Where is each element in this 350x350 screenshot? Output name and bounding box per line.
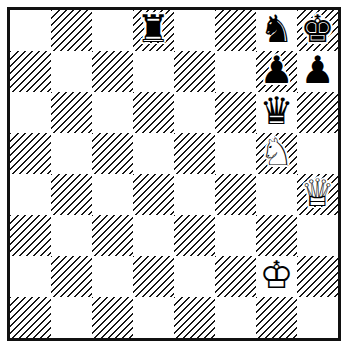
square-b1[interactable] (51, 297, 92, 338)
square-a2[interactable] (10, 256, 51, 297)
square-a4[interactable] (10, 174, 51, 215)
square-h5[interactable] (297, 133, 338, 174)
square-g5[interactable]: ♞♘ (256, 133, 297, 174)
knight-white-icon: ♘ (259, 133, 293, 171)
square-g7[interactable]: ♟ (256, 51, 297, 92)
square-a1[interactable] (10, 297, 51, 338)
chess-diagram: ♜♞♚♟♟♛♞♘♛♕♚♔ (0, 0, 350, 350)
pawn-black-icon: ♟ (259, 51, 293, 89)
square-b4[interactable] (51, 174, 92, 215)
king-white-icon: ♔ (259, 256, 293, 294)
square-a7[interactable] (10, 51, 51, 92)
square-e5[interactable] (174, 133, 215, 174)
square-d5[interactable] (133, 133, 174, 174)
king-black-icon: ♚ (300, 10, 334, 48)
square-g2[interactable]: ♚♔ (256, 256, 297, 297)
queen-black-icon: ♛ (259, 92, 293, 130)
square-c4[interactable] (92, 174, 133, 215)
square-e3[interactable] (174, 215, 215, 256)
square-b5[interactable] (51, 133, 92, 174)
square-a5[interactable] (10, 133, 51, 174)
piece-black-pawn[interactable]: ♟ (297, 51, 338, 92)
square-b6[interactable] (51, 92, 92, 133)
square-e7[interactable] (174, 51, 215, 92)
square-h8[interactable]: ♚ (297, 10, 338, 51)
king-white-fill-icon: ♚ (259, 256, 293, 294)
piece-black-knight[interactable]: ♞ (256, 10, 297, 51)
queen-white-icon: ♕ (300, 174, 334, 212)
square-c8[interactable] (92, 10, 133, 51)
square-a8[interactable] (10, 10, 51, 51)
square-f6[interactable] (215, 92, 256, 133)
square-e6[interactable] (174, 92, 215, 133)
square-h4[interactable]: ♛♕ (297, 174, 338, 215)
square-f4[interactable] (215, 174, 256, 215)
square-c2[interactable] (92, 256, 133, 297)
square-f8[interactable] (215, 10, 256, 51)
rook-black-icon: ♜ (136, 10, 170, 48)
square-f1[interactable] (215, 297, 256, 338)
square-f2[interactable] (215, 256, 256, 297)
square-g1[interactable] (256, 297, 297, 338)
square-e2[interactable] (174, 256, 215, 297)
square-b8[interactable] (51, 10, 92, 51)
knight-black-icon: ♞ (259, 10, 293, 48)
square-h1[interactable] (297, 297, 338, 338)
square-c7[interactable] (92, 51, 133, 92)
square-g6[interactable]: ♛ (256, 92, 297, 133)
square-a6[interactable] (10, 92, 51, 133)
square-f5[interactable] (215, 133, 256, 174)
square-e4[interactable] (174, 174, 215, 215)
square-h3[interactable] (297, 215, 338, 256)
knight-white-fill-icon: ♞ (259, 133, 293, 171)
piece-black-rook[interactable]: ♜ (133, 10, 174, 51)
square-e1[interactable] (174, 297, 215, 338)
chess-board[interactable]: ♜♞♚♟♟♛♞♘♛♕♚♔ (7, 7, 341, 341)
square-b7[interactable] (51, 51, 92, 92)
square-h7[interactable]: ♟ (297, 51, 338, 92)
square-d8[interactable]: ♜ (133, 10, 174, 51)
piece-white-knight[interactable]: ♞♘ (256, 133, 297, 174)
square-b3[interactable] (51, 215, 92, 256)
square-d4[interactable] (133, 174, 174, 215)
square-a3[interactable] (10, 215, 51, 256)
square-d7[interactable] (133, 51, 174, 92)
square-f3[interactable] (215, 215, 256, 256)
square-f7[interactable] (215, 51, 256, 92)
square-d3[interactable] (133, 215, 174, 256)
piece-black-king[interactable]: ♚ (297, 10, 338, 51)
square-g4[interactable] (256, 174, 297, 215)
square-h6[interactable] (297, 92, 338, 133)
piece-black-pawn[interactable]: ♟ (256, 51, 297, 92)
piece-black-queen[interactable]: ♛ (256, 92, 297, 133)
square-c1[interactable] (92, 297, 133, 338)
square-b2[interactable] (51, 256, 92, 297)
square-c6[interactable] (92, 92, 133, 133)
queen-white-fill-icon: ♛ (300, 174, 334, 212)
square-c5[interactable] (92, 133, 133, 174)
square-d1[interactable] (133, 297, 174, 338)
square-d6[interactable] (133, 92, 174, 133)
piece-white-king[interactable]: ♚♔ (256, 256, 297, 297)
square-c3[interactable] (92, 215, 133, 256)
square-e8[interactable] (174, 10, 215, 51)
piece-white-queen[interactable]: ♛♕ (297, 174, 338, 215)
square-d2[interactable] (133, 256, 174, 297)
square-g8[interactable]: ♞ (256, 10, 297, 51)
square-h2[interactable] (297, 256, 338, 297)
pawn-black-icon: ♟ (300, 51, 334, 89)
square-g3[interactable] (256, 215, 297, 256)
